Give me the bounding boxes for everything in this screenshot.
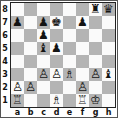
square-c1[interactable]	[37, 94, 50, 107]
square-f7[interactable]: ♟	[76, 16, 89, 29]
square-g8[interactable]: ♜	[89, 3, 102, 16]
rank-label-6: 6	[1, 29, 9, 42]
piece-black-queen-h8[interactable]: ♛	[102, 3, 115, 16]
rank-label-4: 4	[1, 55, 9, 68]
rank-label-5: 5	[1, 42, 9, 55]
square-h5[interactable]	[102, 42, 115, 55]
piece-white-rook-f1[interactable]: ♖	[76, 94, 89, 107]
square-d3[interactable]: ♙	[50, 68, 63, 81]
square-g7[interactable]	[89, 16, 102, 29]
piece-white-pawn-c3[interactable]: ♙	[37, 68, 50, 81]
file-label-b: b	[24, 108, 37, 118]
square-h7[interactable]	[102, 16, 115, 29]
square-b4[interactable]	[24, 55, 37, 68]
rank-label-8: 8	[1, 3, 9, 16]
square-e5[interactable]	[63, 42, 76, 55]
piece-black-rook-g8[interactable]: ♜	[89, 3, 102, 16]
square-b8[interactable]	[24, 3, 37, 16]
square-d5[interactable]: ♟	[50, 42, 63, 55]
piece-white-rook-a1[interactable]: ♖	[11, 94, 24, 107]
square-a5[interactable]	[11, 42, 24, 55]
rank-label-7: 7	[1, 16, 9, 29]
square-c2[interactable]	[37, 81, 50, 94]
square-b6[interactable]	[24, 29, 37, 42]
chess-diagram: 87654321 ♜♛♟♟♚♟♟♝♟♙♙♗♙♝♙♙♙♖♗♖♔ abcdefgh	[0, 0, 118, 118]
square-c3[interactable]: ♙	[37, 68, 50, 81]
piece-white-bishop-e3[interactable]: ♗	[63, 68, 76, 81]
file-label-f: f	[76, 108, 89, 118]
square-e3[interactable]: ♗	[63, 68, 76, 81]
file-label-h: h	[102, 108, 115, 118]
piece-black-bishop-c5[interactable]: ♝	[37, 42, 50, 55]
square-e7[interactable]	[63, 16, 76, 29]
square-e1[interactable]	[63, 94, 76, 107]
piece-black-pawn-f7[interactable]: ♟	[76, 16, 89, 29]
square-g1[interactable]: ♔	[89, 94, 102, 107]
square-a1[interactable]: ♖	[11, 94, 24, 107]
piece-white-pawn-g3[interactable]: ♙	[89, 68, 102, 81]
square-d1[interactable]: ♗	[50, 94, 63, 107]
square-f5[interactable]	[76, 42, 89, 55]
square-a7[interactable]: ♟	[11, 16, 24, 29]
rank-label-1: 1	[1, 94, 9, 107]
square-f6[interactable]	[76, 29, 89, 42]
square-e8[interactable]	[63, 3, 76, 16]
piece-white-bishop-d1[interactable]: ♗	[50, 94, 63, 107]
square-b7[interactable]	[24, 16, 37, 29]
square-h8[interactable]: ♛	[102, 3, 115, 16]
square-e2[interactable]	[63, 81, 76, 94]
square-b1[interactable]	[24, 94, 37, 107]
square-a6[interactable]	[11, 29, 24, 42]
square-h1[interactable]	[102, 94, 115, 107]
square-g6[interactable]	[89, 29, 102, 42]
square-f4[interactable]	[76, 55, 89, 68]
square-g3[interactable]: ♙	[89, 68, 102, 81]
file-label-g: g	[89, 108, 102, 118]
file-label-c: c	[37, 108, 50, 118]
piece-black-pawn-a7[interactable]: ♟	[11, 16, 24, 29]
square-h2[interactable]	[102, 81, 115, 94]
piece-black-bishop-h3[interactable]: ♝	[102, 68, 115, 81]
piece-black-king-d7[interactable]: ♚	[50, 16, 63, 29]
square-b5[interactable]	[24, 42, 37, 55]
square-g5[interactable]	[89, 42, 102, 55]
rank-label-3: 3	[1, 68, 9, 81]
file-label-d: d	[50, 108, 63, 118]
piece-white-pawn-d3[interactable]: ♙	[50, 68, 63, 81]
square-b2[interactable]: ♙	[24, 81, 37, 94]
rank-label-2: 2	[1, 81, 9, 94]
square-d7[interactable]: ♚	[50, 16, 63, 29]
square-h3[interactable]: ♝	[102, 68, 115, 81]
file-label-a: a	[11, 108, 24, 118]
square-f1[interactable]: ♖	[76, 94, 89, 107]
piece-black-pawn-d5[interactable]: ♟	[50, 42, 63, 55]
piece-white-pawn-b2[interactable]: ♙	[24, 81, 37, 94]
square-h6[interactable]	[102, 29, 115, 42]
chess-board: ♜♛♟♟♚♟♟♝♟♙♙♗♙♝♙♙♙♖♗♖♔	[10, 2, 116, 108]
file-label-e: e	[63, 108, 76, 118]
square-e6[interactable]	[63, 29, 76, 42]
square-c5[interactable]: ♝	[37, 42, 50, 55]
square-a4[interactable]	[11, 55, 24, 68]
piece-white-king-g1[interactable]: ♔	[89, 94, 102, 107]
